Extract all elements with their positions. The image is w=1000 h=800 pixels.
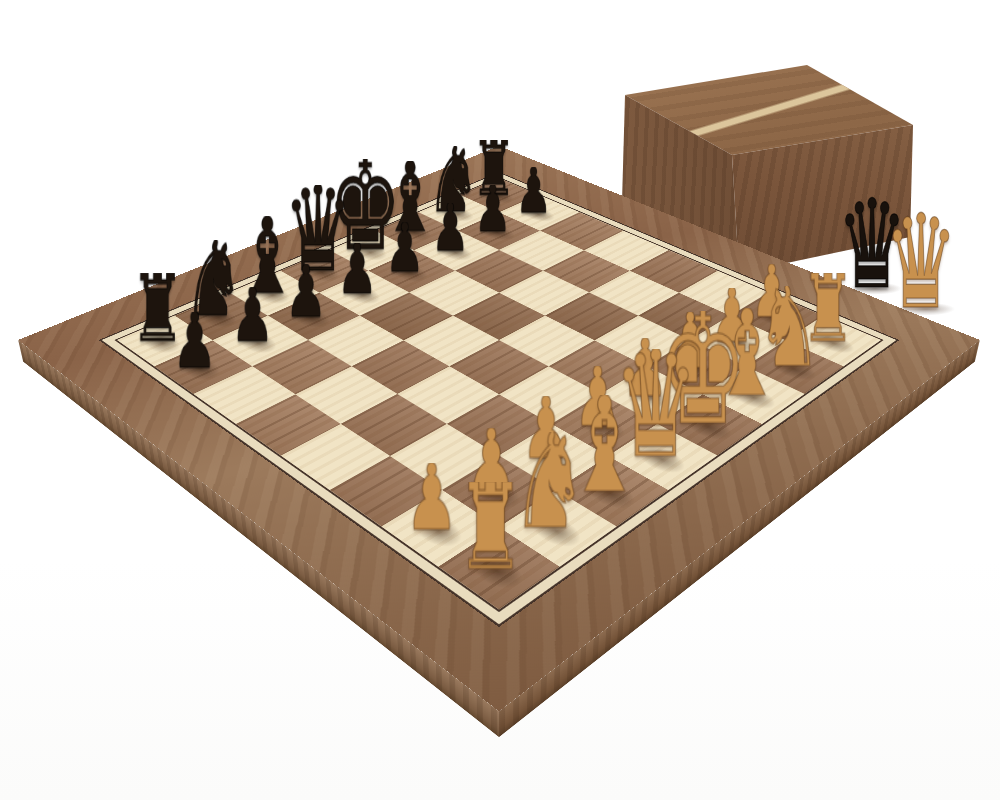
chessboard-perspective-wrap: ♜♟♟♜♞♟♟♞♝♟♟♝♚♟♟♚♛♟♟♛♝♟♟♝♞♟♟♞♜♟♟♜ [0,0,1000,800]
square-a1[interactable]: ♜ [438,527,560,610]
playfield: ♜♟♟♜♞♟♟♞♝♟♟♝♚♟♟♚♛♟♟♛♝♟♟♝♞♟♟♞♜♟♟♜ [117,178,881,609]
spare-white-queen[interactable]: ♛ [884,214,958,311]
square-a7[interactable]: ♟ [154,340,253,394]
product-photo-scene: ♜♟♟♜♞♟♟♞♝♟♟♝♚♟♟♚♛♟♟♛♝♟♟♝♞♟♟♞♜♟♟♜ ♛ ♛ [0,0,1000,800]
black-pawn[interactable]: ♟ [145,312,245,370]
chessboard: ♜♟♟♜♞♟♟♞♝♟♟♝♚♟♟♚♛♟♟♛♝♟♟♝♞♟♟♞♜♟♟♜ [18,146,980,711]
white-rook[interactable]: ♜ [413,483,567,573]
